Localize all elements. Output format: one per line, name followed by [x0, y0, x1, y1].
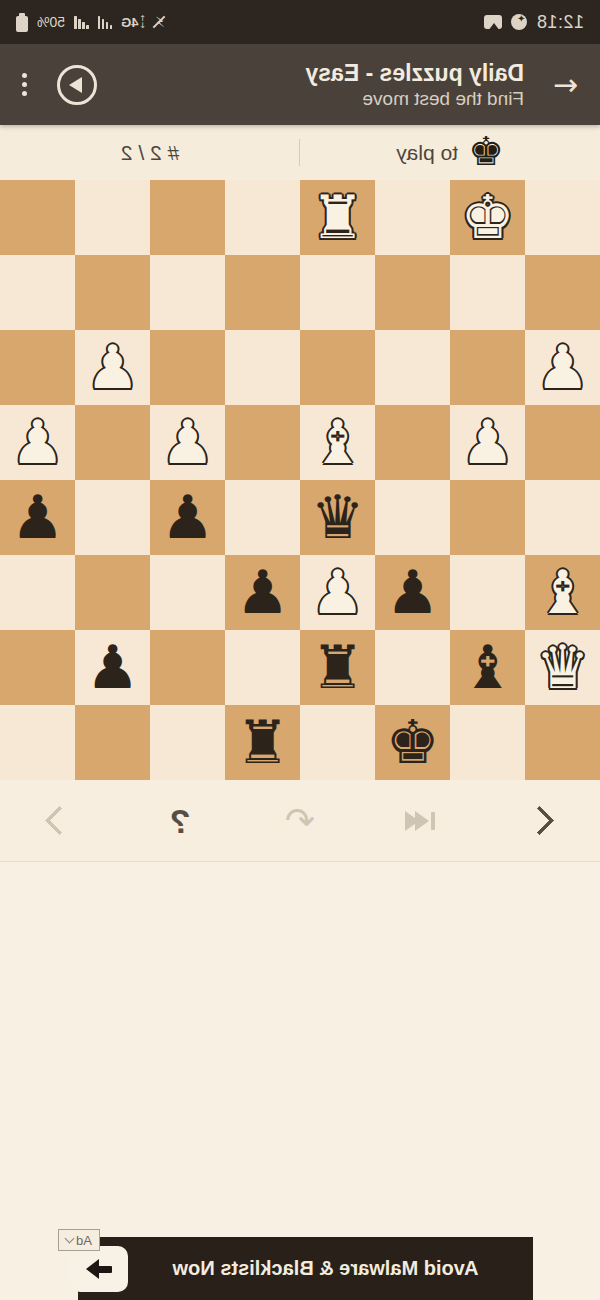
screen: 12:18 ⚡ ↑↓ 4G 50% ← Daily puzzles - Easy…	[0, 0, 600, 1300]
square[interactable]: ♟	[300, 555, 375, 630]
square[interactable]	[150, 705, 225, 780]
to-play-label: to play	[396, 141, 458, 165]
square[interactable]	[375, 255, 450, 330]
square[interactable]	[375, 330, 450, 405]
square[interactable]	[375, 405, 450, 480]
app-bar: ← Daily puzzles - Easy Find the best mov…	[0, 44, 600, 125]
square[interactable]	[75, 480, 150, 555]
skip-to-first-button[interactable]	[390, 791, 450, 851]
piece-wP[interactable]: ♟	[461, 405, 515, 480]
piece-bP[interactable]: ♟	[11, 480, 65, 555]
header-titles: Daily puzzles - Easy Find the best move	[97, 59, 538, 111]
network-label: 4G	[121, 15, 138, 30]
status-bar: 12:18 ⚡ ↑↓ 4G 50%	[0, 0, 600, 44]
to-play-section: ♚ to play	[300, 135, 600, 171]
piece-wP[interactable]: ♟	[86, 330, 140, 405]
square[interactable]	[525, 480, 600, 555]
piece-wK[interactable]: ♚	[461, 180, 515, 255]
square[interactable]	[300, 255, 375, 330]
square[interactable]: ♟	[525, 330, 600, 405]
square[interactable]	[150, 255, 225, 330]
status-left-cluster: 12:18	[484, 12, 584, 33]
ad-tag[interactable]: Ad	[58, 1229, 100, 1251]
square[interactable]: ♛	[525, 630, 600, 705]
square[interactable]: ♟	[0, 405, 75, 480]
square[interactable]	[375, 630, 450, 705]
square[interactable]: ♟	[75, 330, 150, 405]
piece-bK[interactable]: ♚	[386, 705, 440, 780]
square[interactable]: ♜	[300, 630, 375, 705]
piece-bB[interactable]: ♝	[461, 630, 515, 705]
ad-tag-label: Ad	[76, 1233, 92, 1248]
square[interactable]	[150, 330, 225, 405]
square[interactable]	[450, 255, 525, 330]
square[interactable]	[150, 555, 225, 630]
square[interactable]: ♟	[375, 555, 450, 630]
chevron-down-icon	[65, 1234, 75, 1244]
ad-banner[interactable]: Avoid Malware & Blacklists Now	[78, 1237, 533, 1300]
puzzle-counter: # 2 / 2	[121, 141, 179, 165]
question-mark-icon: ?	[170, 804, 191, 838]
clock-time: 12:18	[536, 12, 584, 33]
black-king-icon: ♚	[468, 131, 504, 171]
hint-button[interactable]: ?	[150, 791, 210, 851]
square[interactable]	[525, 705, 600, 780]
piece-bQ[interactable]: ♛	[311, 480, 365, 555]
square[interactable]	[300, 705, 375, 780]
square[interactable]: ♝	[450, 630, 525, 705]
piece-bR[interactable]: ♜	[236, 705, 290, 780]
square[interactable]	[0, 630, 75, 705]
square[interactable]: ♚	[450, 180, 525, 255]
piece-wP[interactable]: ♟	[311, 555, 365, 630]
playback-toolbar: ↶ ?	[0, 780, 600, 862]
square[interactable]	[375, 180, 450, 255]
square[interactable]: ♟	[150, 405, 225, 480]
square[interactable]	[75, 405, 150, 480]
piece-wB[interactable]: ♝	[311, 405, 365, 480]
square[interactable]	[375, 480, 450, 555]
piece-wP[interactable]: ♟	[11, 405, 65, 480]
square[interactable]	[450, 330, 525, 405]
square[interactable]	[75, 705, 150, 780]
square[interactable]	[450, 480, 525, 555]
square[interactable]	[225, 255, 300, 330]
flash-off-icon: ⚡	[155, 14, 165, 30]
square[interactable]	[225, 405, 300, 480]
status-right-cluster: ⚡ ↑↓ 4G 50%	[16, 13, 165, 32]
page-title: Daily puzzles - Easy	[97, 59, 524, 87]
play-circle-icon[interactable]	[57, 65, 97, 105]
square[interactable]: ♛	[300, 480, 375, 555]
square[interactable]	[0, 705, 75, 780]
puzzle-counter-section: # 2 / 2	[0, 141, 300, 165]
piece-bP[interactable]: ♟	[236, 555, 290, 630]
square[interactable]	[525, 180, 600, 255]
square[interactable]	[225, 180, 300, 255]
ad-text[interactable]: Avoid Malware & Blacklists Now	[118, 1237, 533, 1300]
square[interactable]	[150, 180, 225, 255]
square[interactable]: ♚	[375, 705, 450, 780]
square[interactable]	[0, 330, 75, 405]
chevron-left-icon	[525, 806, 555, 836]
chess-board[interactable]: ♚♜♟♟♟♝♟♟♛♟♟♝♟♟♟♛♝♜♟♚♜	[0, 180, 600, 780]
piece-wP[interactable]: ♟	[536, 330, 590, 405]
square[interactable]	[0, 255, 75, 330]
square[interactable]	[225, 480, 300, 555]
piece-bP[interactable]: ♟	[161, 480, 215, 555]
back-move-button[interactable]	[510, 791, 570, 851]
content-area: Avoid Malware & Blacklists Now Ad	[0, 862, 600, 1300]
gallery-icon	[484, 15, 502, 29]
piece-wP[interactable]: ♟	[161, 405, 215, 480]
square[interactable]	[300, 330, 375, 405]
square[interactable]: ♟	[0, 480, 75, 555]
undo-button[interactable]: ↶	[270, 791, 330, 851]
square[interactable]	[225, 630, 300, 705]
piece-wR[interactable]: ♜	[311, 180, 365, 255]
divider	[299, 139, 300, 166]
square[interactable]: ♟	[75, 630, 150, 705]
square[interactable]	[525, 255, 600, 330]
square[interactable]	[75, 555, 150, 630]
square[interactable]: ♝	[525, 555, 600, 630]
square[interactable]	[525, 405, 600, 480]
square[interactable]: ♟	[225, 555, 300, 630]
data-arrows-icon: ↑↓	[139, 15, 146, 29]
signal-bars-icon	[74, 15, 89, 29]
skip-to-first-icon	[405, 811, 435, 831]
square[interactable]: ♟	[150, 480, 225, 555]
square[interactable]	[75, 180, 150, 255]
battery-percent: 50%	[37, 14, 65, 30]
piece-bP[interactable]: ♟	[86, 630, 140, 705]
square[interactable]	[150, 630, 225, 705]
network-4g-icon: ↑↓ 4G	[121, 15, 146, 30]
overflow-menu-icon[interactable]	[18, 69, 31, 100]
square[interactable]	[450, 705, 525, 780]
square[interactable]: ♜	[225, 705, 300, 780]
piece-bR[interactable]: ♜	[311, 630, 365, 705]
battery-icon	[16, 13, 28, 32]
ad-arrow-button[interactable]	[70, 1246, 128, 1292]
sparkle-circle-icon	[511, 14, 527, 30]
undo-arrow-icon: ↶	[285, 803, 315, 839]
back-arrow-icon[interactable]: ←	[538, 70, 578, 100]
piece-wB[interactable]: ♝	[536, 555, 590, 630]
square[interactable]	[0, 180, 75, 255]
puzzle-info-strip: ♚ to play # 2 / 2	[0, 125, 600, 180]
square[interactable]: ♜	[300, 180, 375, 255]
next-move-button[interactable]	[30, 791, 90, 851]
piece-bP[interactable]: ♟	[386, 555, 440, 630]
arrow-right-icon	[86, 1259, 112, 1279]
chevron-right-icon	[45, 806, 75, 836]
square[interactable]	[0, 555, 75, 630]
square[interactable]: ♟	[450, 405, 525, 480]
page-subtitle: Find the best move	[97, 87, 524, 111]
square[interactable]: ♝	[300, 405, 375, 480]
square[interactable]	[225, 330, 300, 405]
square[interactable]	[450, 555, 525, 630]
square[interactable]	[75, 255, 150, 330]
signal-bars-icon	[98, 15, 113, 29]
piece-wQ[interactable]: ♛	[536, 630, 590, 705]
